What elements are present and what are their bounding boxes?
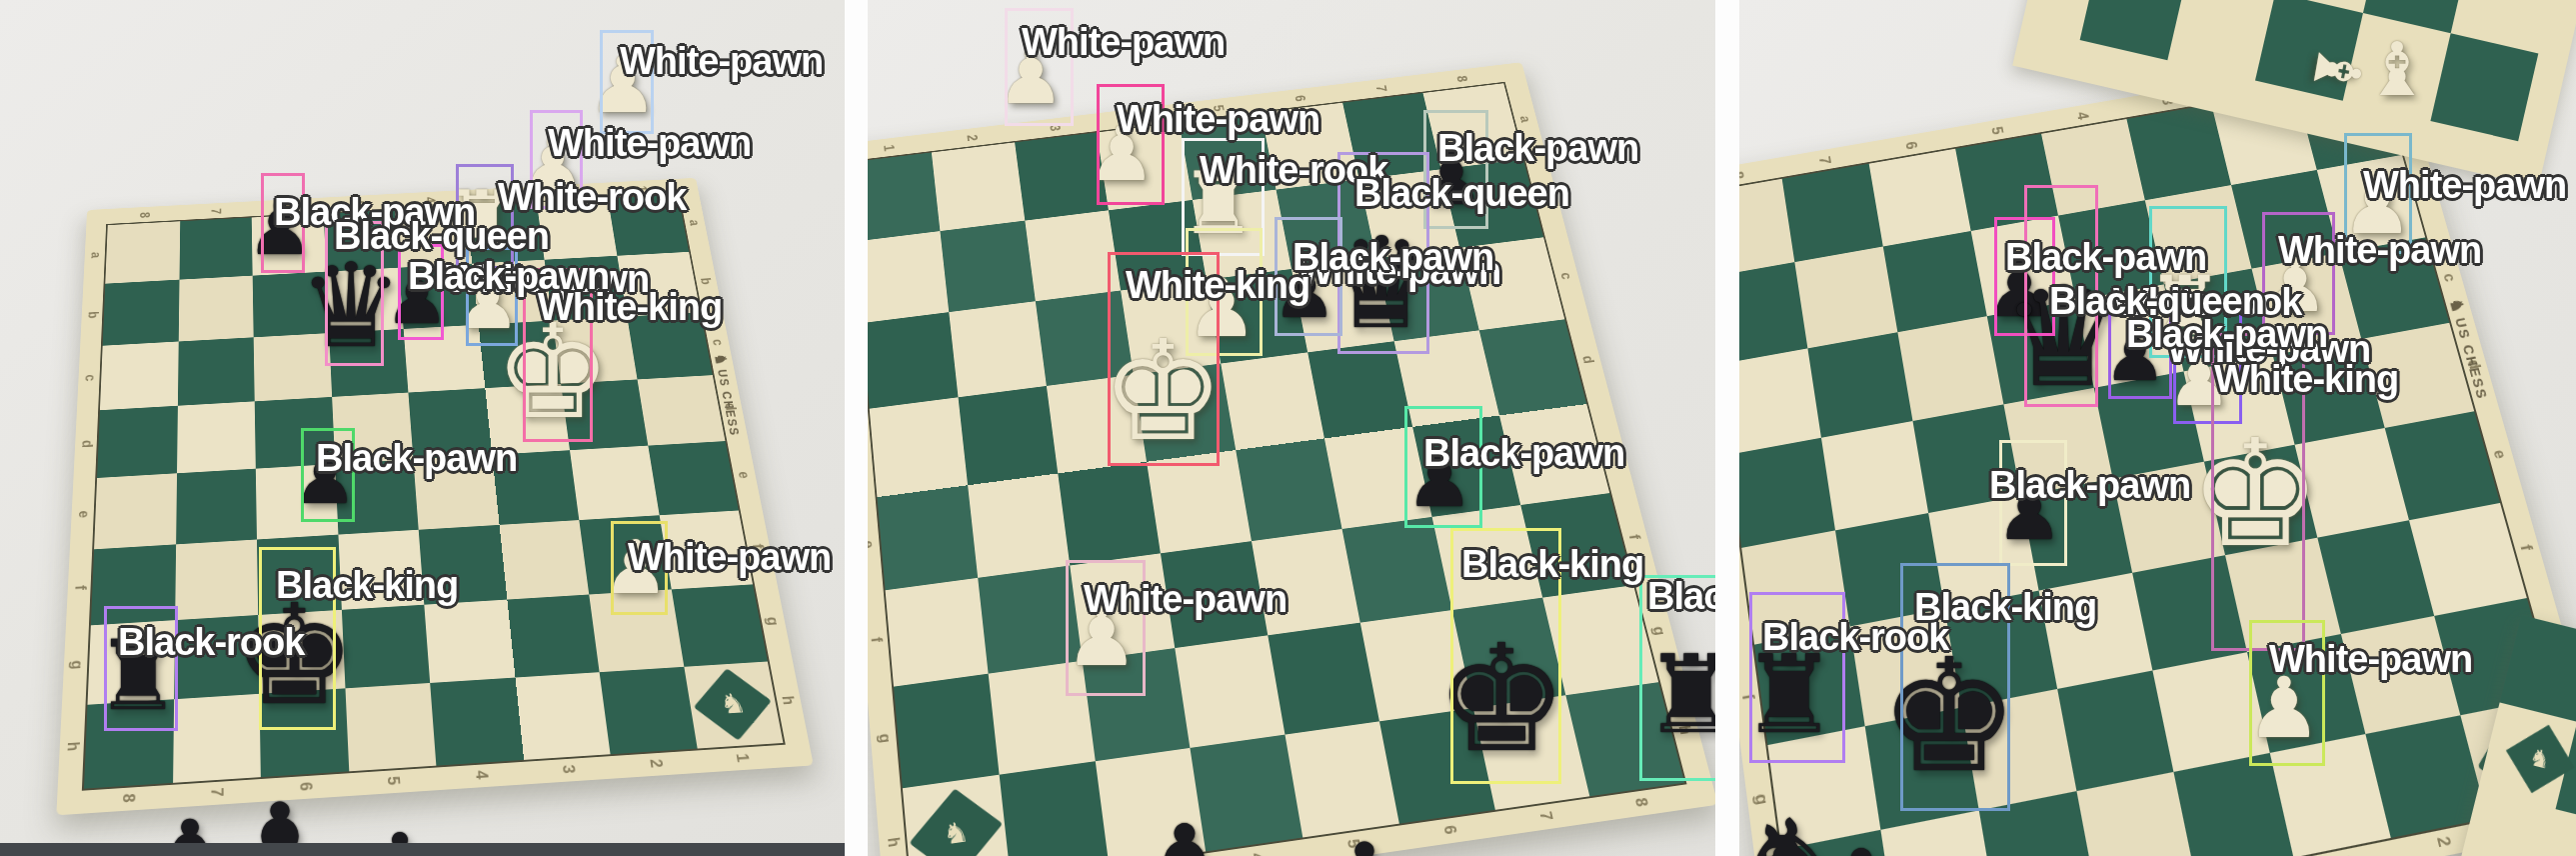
rank-coordinate-top: 7	[1815, 155, 1832, 165]
square-d2	[958, 386, 1058, 486]
square-b3	[1025, 210, 1121, 301]
captured-black-pawn: ♟	[1127, 808, 1244, 856]
file-coordinate-right: f	[1625, 533, 1642, 540]
square-d7	[1821, 421, 1928, 530]
square-c7	[1807, 332, 1912, 438]
detection-label-white-rook: White-rook	[498, 178, 686, 216]
square-c6	[1897, 316, 2003, 421]
square-d1	[870, 397, 968, 497]
detection-label-black-pawn: Black-pawn	[2005, 238, 2206, 276]
rank-coordinate-bottom: 8	[1631, 797, 1650, 808]
detection-label-black-rook: Black-rook	[1647, 577, 1715, 615]
rank-coordinate-top: 8	[1739, 170, 1745, 180]
detection-label-white-pawn: White-pawn	[2269, 640, 2472, 678]
file-coordinate-right: e	[2490, 449, 2509, 461]
square-d5	[1221, 352, 1324, 450]
square-c8	[100, 341, 178, 410]
detection-label-black-queen: Black-queen	[334, 217, 549, 255]
us-chess-knight-emblem: ♞	[694, 668, 772, 741]
rank-coordinate-bottom: 2	[2433, 835, 2453, 849]
square-c8	[1739, 348, 1821, 454]
square-f3	[499, 520, 589, 599]
detection-label-black-pawn: Black-pawn	[1437, 129, 1638, 167]
rank-coordinate-top: 7	[1373, 85, 1388, 93]
rank-coordinate-top: 2	[965, 134, 980, 142]
file-coordinate-left: f	[72, 585, 88, 591]
file-coordinate-right: f	[2517, 543, 2535, 552]
board-photo-panel-3: ♞8877665544332211aabbccddeeffgghh♞ US CH…	[1739, 0, 2576, 856]
board-photo-panel-2: ♞1122334455667788aabbccddeeffgghh♞ US CH…	[868, 0, 1715, 856]
table-edge-band	[0, 843, 845, 856]
file-coordinate-left: e	[868, 540, 877, 550]
detection-label-black-pawn: Black-pawn	[2126, 315, 2327, 353]
square-h2	[600, 667, 698, 755]
detection-label-black-pawn: Black-pawn	[316, 439, 517, 477]
rank-coordinate-bottom: 1	[733, 753, 751, 763]
square-c1	[868, 312, 958, 408]
file-coordinate-right: b	[698, 277, 714, 285]
rank-coordinate-bottom: 5	[385, 776, 403, 786]
square-e7	[176, 469, 257, 545]
detection-label-white-pawn: White-pawn	[1117, 100, 1319, 138]
file-coordinate-right: a	[687, 219, 702, 226]
square-a2	[932, 142, 1025, 230]
square-b2	[940, 220, 1035, 312]
square-d8	[1479, 319, 1586, 415]
file-coordinate-right: c	[710, 339, 726, 346]
square-b8	[103, 280, 179, 346]
rank-coordinate-top: 1	[882, 144, 897, 152]
file-coordinate-left: b	[85, 311, 100, 319]
square-g4	[1176, 635, 1286, 747]
detection-label-black-rook: Black-rook	[118, 623, 304, 661]
rank-coordinate-bottom: 7	[208, 787, 225, 797]
rank-coordinate-top: 7	[209, 208, 223, 215]
square-c2	[949, 301, 1046, 397]
rank-coordinate-top: 8	[1453, 75, 1468, 83]
file-coordinate-left: f	[868, 636, 885, 643]
file-coordinate-right: c	[1557, 272, 1573, 281]
detection-label-white-pawn: White-pawn	[2363, 166, 2566, 204]
detection-label-black-king: Black-king	[1461, 545, 1643, 583]
square-a1	[868, 152, 940, 241]
square-g1	[894, 674, 999, 788]
file-coordinate-right: a	[1517, 115, 1533, 123]
file-coordinate-left: e	[1739, 592, 1744, 604]
square-g1	[671, 584, 768, 667]
detection-label-black-king: Black-king	[276, 566, 458, 604]
square-a7	[1782, 164, 1883, 262]
square-g4	[424, 599, 515, 683]
rank-coordinate-bottom: 4	[472, 770, 490, 780]
square-d1	[637, 375, 725, 446]
square-h1: ♞	[684, 661, 784, 748]
file-coordinate-right: d	[1579, 355, 1596, 365]
file-coordinate-left: g	[68, 660, 85, 670]
detection-label-white-pawn: White-pawn	[548, 124, 751, 162]
square-e3	[1058, 462, 1161, 565]
white-bishop-piece: ♝	[2364, 33, 2430, 107]
white-bishop-fallen-piece: ♝	[2302, 37, 2373, 103]
square-f1	[886, 577, 989, 686]
us-chess-knight-emblem: ♞	[909, 788, 1003, 856]
square-d8	[97, 406, 177, 478]
file-coordinate-left: e	[76, 510, 92, 518]
detection-label-white-pawn: White-pawn	[2278, 231, 2481, 269]
annotated-chess-photos: ♞8877665544332211aabbccddeeffgghh♞ US CH…	[0, 0, 2576, 856]
square-a8	[105, 221, 180, 284]
square-b7	[1794, 246, 1897, 348]
detection-label-white-pawn: White-pawn	[620, 42, 823, 80]
detection-label-white-king: White-king	[1126, 266, 1309, 304]
square-b6	[1883, 231, 1987, 332]
square-b1	[868, 231, 949, 323]
file-coordinate-right: e	[735, 471, 752, 479]
file-coordinate-left: a	[88, 251, 102, 258]
square-e8	[94, 473, 177, 549]
file-coordinate-left: c	[82, 374, 97, 382]
detection-label-black-king: Black-king	[1914, 588, 2096, 626]
square-d8	[1739, 438, 1835, 548]
square-c7	[177, 337, 254, 406]
rank-coordinate-top: 8	[137, 212, 151, 219]
square-e2	[570, 446, 659, 521]
captured-black-pawn: ♟	[1310, 827, 1418, 856]
rank-coordinate-bottom: 2	[647, 759, 665, 769]
detection-label-black-pawn: Black-pawn	[1423, 434, 1624, 472]
rank-coordinate-bottom: 3	[560, 764, 578, 774]
square-h1: ♞	[903, 774, 1011, 856]
square-a7	[179, 217, 253, 279]
file-coordinate-left: h	[885, 836, 903, 848]
file-coordinate-left: d	[79, 440, 95, 449]
square-e5	[1236, 438, 1341, 540]
rank-coordinate-bottom: 8	[119, 793, 137, 803]
rank-coordinate-top: 4	[2073, 111, 2090, 121]
file-coordinate-right: c	[2440, 272, 2458, 283]
square-e2	[968, 473, 1070, 577]
file-coordinate-right: h	[779, 696, 797, 706]
square-d7	[177, 401, 256, 473]
square-h4	[430, 677, 523, 765]
square-e1	[877, 485, 977, 590]
detection-label-black-pawn: Black-pawn	[1989, 466, 2190, 504]
rank-coordinate-bottom: 4	[1248, 852, 1266, 856]
detection-label-black-pawn: Black-pawn	[1292, 238, 1493, 276]
board-photo-panel-1: ♞8877665544332211aabbccddeeffgghh♞ US CH…	[0, 0, 845, 856]
square-h2	[999, 761, 1109, 856]
detection-label-white-king: White-king	[538, 288, 722, 326]
square-h5	[345, 683, 436, 772]
square-e1	[648, 441, 739, 515]
file-coordinate-left: g	[876, 733, 893, 745]
rank-coordinate-bottom: 7	[1536, 810, 1554, 821]
file-coordinate-left: h	[64, 742, 81, 753]
square-g3	[507, 594, 600, 677]
detection-label-white-pawn: White-pawn	[1022, 23, 1225, 61]
rank-coordinate-bottom: 6	[1440, 824, 1458, 835]
square-h3	[515, 672, 611, 760]
file-coordinate-right: g	[764, 616, 782, 626]
detection-label-black-queen: Black-queen	[1354, 174, 1569, 212]
square-b7	[178, 276, 253, 341]
detection-label-white-pawn: White-pawn	[1084, 580, 1287, 618]
detection-label-white-king: White-king	[2214, 360, 2398, 398]
rank-coordinate-top: 6	[1902, 140, 1919, 150]
detection-label-white-pawn: White-pawn	[628, 538, 831, 576]
square-a6	[1869, 149, 1971, 247]
rank-coordinate-top: 5	[1988, 126, 2005, 136]
